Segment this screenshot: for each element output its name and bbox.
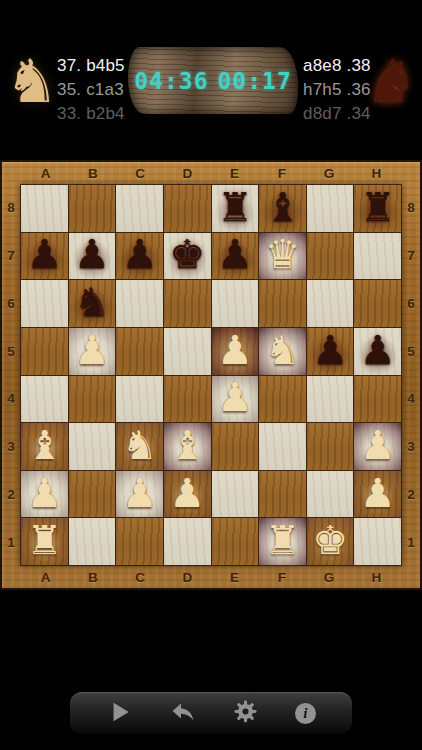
square-d5[interactable]: [164, 328, 211, 375]
rank-label: 4: [7, 391, 15, 406]
rank-labels-left: 87654321: [2, 184, 20, 566]
chess-app-screen: ♞ 37. b4b535. c1a333. b2b4 04:36 00:17 a…: [0, 0, 422, 750]
white-pawn: ♟: [122, 473, 158, 516]
black-rook: ♜: [360, 187, 396, 230]
file-label: H: [372, 570, 382, 585]
square-d3[interactable]: ♝: [164, 423, 211, 470]
black-pawn: ♟: [312, 330, 348, 373]
white-pawn: ♟: [169, 473, 205, 516]
square-g4[interactable]: [307, 376, 354, 423]
square-d7[interactable]: ♚: [164, 233, 211, 280]
file-labels-bottom: ABCDEFGH: [22, 566, 400, 588]
square-c5[interactable]: [116, 328, 163, 375]
rank-label: 1: [7, 535, 15, 550]
white-pawn: ♟: [74, 330, 110, 373]
square-e6[interactable]: [212, 280, 259, 327]
rank-labels-right: 87654321: [402, 184, 420, 566]
game-header: ♞ 37. b4b535. c1a333. b2b4 04:36 00:17 a…: [0, 45, 422, 160]
square-b8[interactable]: [69, 185, 116, 232]
white-bishop: ♝: [169, 425, 205, 468]
square-g6[interactable]: [307, 280, 354, 327]
black-pawn: ♟: [217, 234, 253, 277]
white-bishop: ♝: [26, 425, 62, 468]
rank-label: 7: [407, 248, 415, 263]
rank-label: 1: [407, 535, 415, 550]
square-e8[interactable]: ♜: [212, 185, 259, 232]
square-e5[interactable]: ♟: [212, 328, 259, 375]
square-g3[interactable]: [307, 423, 354, 470]
square-c4[interactable]: [116, 376, 163, 423]
rank-label: 2: [7, 487, 15, 502]
black-king: ♚: [169, 234, 205, 277]
square-g1[interactable]: ♚: [307, 518, 354, 565]
square-d6[interactable]: [164, 280, 211, 327]
chess-board: ABCDEFGH 87654321 ♜♝♜♟♟♟♚♟♛♞♟♟♞♟♟♟♝♞♝♟♟♟…: [0, 160, 422, 590]
square-e3[interactable]: [212, 423, 259, 470]
square-c6[interactable]: [116, 280, 163, 327]
rank-label: 5: [407, 344, 415, 359]
white-king: ♚: [312, 520, 348, 563]
square-e1[interactable]: [212, 518, 259, 565]
settings-button[interactable]: [224, 696, 267, 730]
square-d1[interactable]: [164, 518, 211, 565]
square-c3[interactable]: ♞: [116, 423, 163, 470]
play-icon: [106, 699, 132, 728]
square-g8[interactable]: [307, 185, 354, 232]
square-g2[interactable]: [307, 471, 354, 518]
square-f8[interactable]: ♝: [259, 185, 306, 232]
square-d4[interactable]: [164, 376, 211, 423]
file-label: F: [278, 166, 286, 181]
rank-label: 3: [7, 439, 15, 454]
white-pawn: ♟: [360, 473, 396, 516]
white-pawn: ♟: [360, 425, 396, 468]
black-clock-time: 00:17: [218, 68, 292, 94]
square-g5[interactable]: ♟: [307, 328, 354, 375]
file-label: D: [183, 570, 193, 585]
square-f7[interactable]: ♛: [259, 233, 306, 280]
black-pawn: ♟: [360, 330, 396, 373]
file-label: G: [324, 570, 335, 585]
file-label: B: [88, 570, 98, 585]
square-h3[interactable]: ♟: [354, 423, 401, 470]
square-b3[interactable]: [69, 423, 116, 470]
white-move-entry: 37. b4b5: [57, 54, 125, 78]
white-rook: ♜: [26, 520, 62, 563]
black-pawn: ♟: [26, 234, 62, 277]
square-b4[interactable]: [69, 376, 116, 423]
chess-clock: 04:36 00:17: [128, 47, 298, 114]
file-label: E: [230, 570, 239, 585]
board-grid: ♜♝♜♟♟♟♚♟♛♞♟♟♞♟♟♟♝♞♝♟♟♟♟♟♜♜♚: [20, 184, 402, 566]
info-icon: i: [295, 703, 316, 724]
info-button[interactable]: i: [287, 701, 324, 726]
black-pawn: ♟: [122, 234, 158, 277]
undo-icon: [168, 699, 195, 728]
white-knight: ♞: [265, 330, 301, 373]
file-label: A: [41, 570, 51, 585]
square-f6[interactable]: [259, 280, 306, 327]
gear-icon: [232, 698, 259, 728]
white-pawn: ♟: [217, 377, 253, 420]
square-h1[interactable]: [354, 518, 401, 565]
engine-move-entry: a8e8 .38: [303, 54, 371, 78]
square-a7[interactable]: ♟: [21, 233, 68, 280]
square-a8[interactable]: [21, 185, 68, 232]
file-label: C: [135, 166, 145, 181]
square-f5[interactable]: ♞: [259, 328, 306, 375]
square-a6[interactable]: [21, 280, 68, 327]
black-rook: ♜: [217, 187, 253, 230]
square-b6[interactable]: ♞: [69, 280, 116, 327]
rank-label: 5: [7, 344, 15, 359]
black-knight-icon: ♞: [364, 51, 418, 111]
white-clock-time: 04:36: [134, 68, 208, 94]
file-label: A: [41, 166, 51, 181]
square-h4[interactable]: [354, 376, 401, 423]
square-b7[interactable]: ♟: [69, 233, 116, 280]
file-label: B: [88, 166, 98, 181]
square-b2[interactable]: [69, 471, 116, 518]
square-d8[interactable]: [164, 185, 211, 232]
undo-button[interactable]: [160, 697, 203, 730]
engine-move-entry: d8d7 .34: [303, 102, 371, 126]
rank-label: 8: [7, 200, 15, 215]
black-bishop: ♝: [265, 187, 301, 230]
square-e4[interactable]: ♟: [212, 376, 259, 423]
rank-label: 8: [407, 200, 415, 215]
square-h7[interactable]: [354, 233, 401, 280]
square-h2[interactable]: ♟: [354, 471, 401, 518]
black-pawn: ♟: [74, 234, 110, 277]
square-b1[interactable]: [69, 518, 116, 565]
file-label: C: [135, 570, 145, 585]
white-move-list: 37. b4b535. c1a333. b2b4: [57, 54, 125, 126]
square-g7[interactable]: [307, 233, 354, 280]
square-a5[interactable]: [21, 328, 68, 375]
square-f1[interactable]: ♜: [259, 518, 306, 565]
file-label: E: [230, 166, 239, 181]
square-h8[interactable]: ♜: [354, 185, 401, 232]
square-e2[interactable]: [212, 471, 259, 518]
square-c7[interactable]: ♟: [116, 233, 163, 280]
rank-label: 7: [7, 248, 15, 263]
square-h6[interactable]: [354, 280, 401, 327]
engine-move-list: a8e8 .38h7h5 .36d8d7 .34: [303, 54, 371, 126]
rank-label: 2: [407, 487, 415, 502]
rank-label: 6: [407, 296, 415, 311]
white-pawn: ♟: [217, 330, 253, 373]
square-c1[interactable]: [116, 518, 163, 565]
white-move-entry: 35. c1a3: [57, 78, 125, 102]
rank-label: 4: [407, 391, 415, 406]
rank-label: 3: [407, 439, 415, 454]
toolbar: i: [70, 692, 352, 734]
square-c8[interactable]: [116, 185, 163, 232]
file-labels-top: ABCDEFGH: [22, 162, 400, 184]
file-label: F: [278, 570, 286, 585]
white-move-entry: 33. b2b4: [57, 102, 125, 126]
file-label: H: [372, 166, 382, 181]
square-b5[interactable]: ♟: [69, 328, 116, 375]
white-rook: ♜: [265, 520, 301, 563]
square-f4[interactable]: [259, 376, 306, 423]
square-a1[interactable]: ♜: [21, 518, 68, 565]
rank-label: 6: [7, 296, 15, 311]
square-e7[interactable]: ♟: [212, 233, 259, 280]
engine-move-entry: h7h5 .36: [303, 78, 371, 102]
square-a4[interactable]: [21, 376, 68, 423]
play-button[interactable]: [98, 697, 140, 730]
square-a3[interactable]: ♝: [21, 423, 68, 470]
file-label: G: [324, 166, 335, 181]
square-a2[interactable]: ♟: [21, 471, 68, 518]
white-queen: ♛: [265, 234, 301, 277]
square-c2[interactable]: ♟: [116, 471, 163, 518]
file-label: D: [183, 166, 193, 181]
black-knight: ♞: [74, 282, 110, 325]
square-f2[interactable]: [259, 471, 306, 518]
white-pawn: ♟: [26, 473, 62, 516]
square-d2[interactable]: ♟: [164, 471, 211, 518]
square-h5[interactable]: ♟: [354, 328, 401, 375]
white-knight-icon: ♞: [5, 51, 59, 111]
square-f3[interactable]: [259, 423, 306, 470]
white-knight: ♞: [122, 425, 158, 468]
